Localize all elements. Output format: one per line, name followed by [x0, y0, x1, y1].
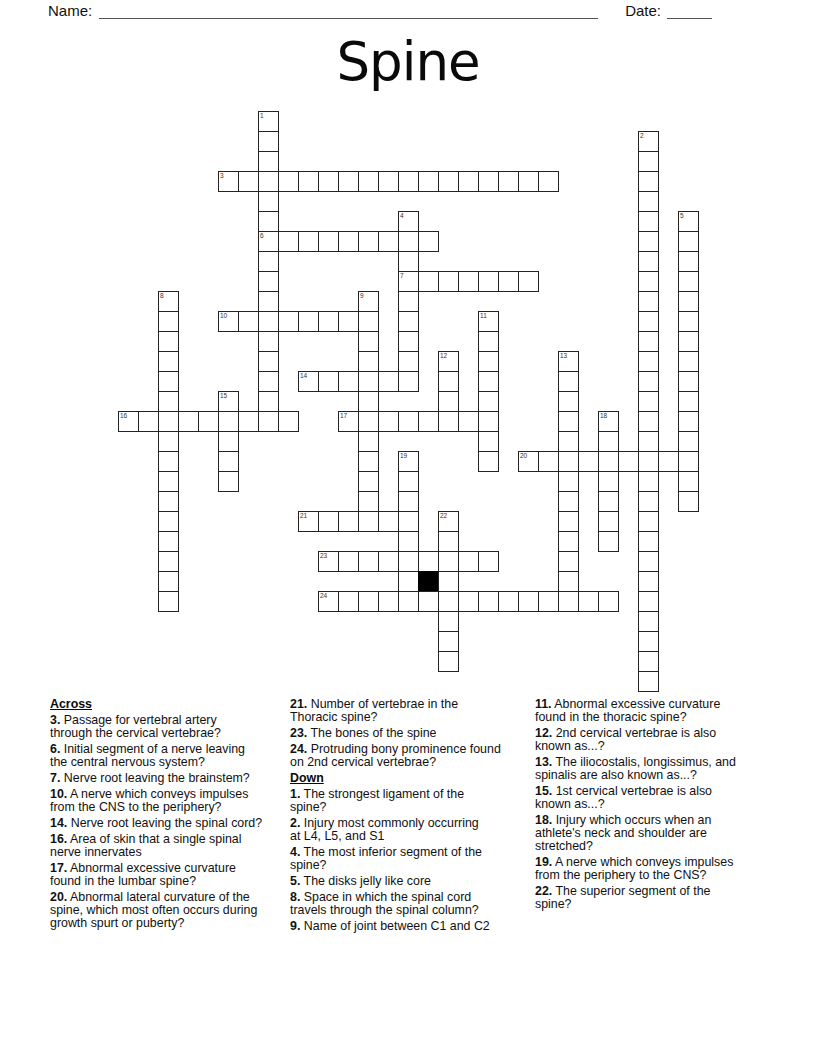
clue-across-21: 21. Number of vertebrae in the Thoracic … — [290, 698, 526, 724]
cell-r22c13[interactable] — [378, 551, 399, 572]
cell-r15c6[interactable] — [238, 411, 259, 432]
cell-r11c26[interactable] — [638, 331, 659, 352]
cell-r13c22[interactable] — [558, 371, 579, 392]
cell-r17c25[interactable] — [618, 451, 639, 472]
cell-r8c15[interactable] — [418, 271, 439, 292]
cell-r3c18[interactable] — [478, 171, 499, 192]
cell-r6c12[interactable] — [358, 231, 379, 252]
cell-r10c11[interactable] — [338, 311, 359, 332]
cell-r18c26[interactable] — [638, 471, 659, 492]
cell-r20c26[interactable] — [638, 511, 659, 532]
cell-r14c7[interactable] — [258, 391, 279, 412]
cell-r21c14[interactable] — [398, 531, 419, 552]
clue-down-1: 1. The strongest ligament of the spine? — [290, 788, 526, 814]
cell-r15c26[interactable] — [638, 411, 659, 432]
cell-r24c15[interactable] — [418, 591, 439, 612]
clue-number-2: 2 — [640, 132, 644, 139]
cell-r6c11[interactable] — [338, 231, 359, 252]
cell-r23c16[interactable] — [438, 571, 459, 592]
cell-r15c5[interactable] — [218, 411, 239, 432]
clue-across-6: 6. Initial segment of a nerve leaving th… — [50, 743, 280, 769]
cell-r10c26[interactable] — [638, 311, 659, 332]
cell-r10c2[interactable] — [158, 311, 179, 332]
cell-r16c26[interactable] — [638, 431, 659, 452]
cell-r15c24[interactable]: 18 — [598, 411, 619, 432]
clue-number-17: 17 — [340, 412, 347, 419]
cell-r17c26[interactable] — [638, 451, 659, 472]
cell-r16c28[interactable] — [678, 431, 699, 452]
cell-r6c26[interactable] — [638, 231, 659, 252]
cell-r15c16[interactable] — [438, 411, 459, 432]
cell-r19c28[interactable] — [678, 491, 699, 512]
cell-r15c0[interactable]: 16 — [118, 411, 139, 432]
cell-r17c2[interactable] — [158, 451, 179, 472]
cell-r22c2[interactable] — [158, 551, 179, 572]
clue-down-22: 22. The superior segment of the spine? — [535, 885, 768, 911]
cell-r3c11[interactable] — [338, 171, 359, 192]
cell-r3c17[interactable] — [458, 171, 479, 192]
cell-r6c13[interactable] — [378, 231, 399, 252]
cell-r15c28[interactable] — [678, 411, 699, 432]
clue-number-21: 21 — [300, 512, 307, 519]
cell-r17c27[interactable] — [658, 451, 679, 472]
clue-number-12: 12 — [440, 352, 447, 359]
cell-r17c23[interactable] — [578, 451, 599, 472]
cell-r17c12[interactable] — [358, 451, 379, 472]
clue-down-15: 15. 1st cervical vertebrae is also known… — [535, 785, 768, 811]
cell-r10c14[interactable] — [398, 311, 419, 332]
cell-r17c21[interactable] — [538, 451, 559, 472]
cell-r27c26[interactable] — [638, 651, 659, 672]
cell-r13c26[interactable] — [638, 371, 659, 392]
cell-r23c14[interactable] — [398, 571, 419, 592]
cell-r5c28[interactable]: 5 — [678, 211, 699, 232]
cell-r22c10[interactable]: 23 — [318, 551, 339, 572]
cell-r20c10[interactable] — [318, 511, 339, 532]
clues-column-1: Across3. Passage for vertebral artery th… — [50, 698, 280, 933]
cell-r12c7[interactable] — [258, 351, 279, 372]
cell-r14c12[interactable] — [358, 391, 379, 412]
cell-r15c7[interactable] — [258, 411, 279, 432]
cell-r9c2[interactable]: 8 — [158, 291, 179, 312]
date-blank-line[interactable] — [667, 4, 712, 19]
cell-r17c24[interactable] — [598, 451, 619, 472]
cell-r18c28[interactable] — [678, 471, 699, 492]
cell-r2c7[interactable] — [258, 151, 279, 172]
cell-r23c26[interactable] — [638, 571, 659, 592]
cell-r5c14[interactable]: 4 — [398, 211, 419, 232]
cell-r1c7[interactable] — [258, 131, 279, 152]
cell-r6c7[interactable]: 6 — [258, 231, 279, 252]
cell-r20c16[interactable]: 22 — [438, 511, 459, 532]
clue-down-9: 9. Name of joint between C1 and C2 — [290, 920, 526, 933]
cell-r3c13[interactable] — [378, 171, 399, 192]
cell-r22c26[interactable] — [638, 551, 659, 572]
down-heading: Down — [290, 772, 526, 785]
cell-r24c10[interactable]: 24 — [318, 591, 339, 612]
cell-r24c22[interactable] — [558, 591, 579, 612]
clue-number-10: 10 — [220, 312, 227, 319]
cell-r17c20[interactable]: 20 — [518, 451, 539, 472]
cell-r11c14[interactable] — [398, 331, 419, 352]
clue-across-17: 17. Abnormal excessive curvature found i… — [50, 862, 280, 888]
cell-r19c24[interactable] — [598, 491, 619, 512]
cell-r0c7[interactable]: 1 — [258, 111, 279, 132]
cell-r7c26[interactable] — [638, 251, 659, 272]
cell-r20c9[interactable]: 21 — [298, 511, 319, 532]
cell-r24c17[interactable] — [458, 591, 479, 612]
cell-r17c28[interactable] — [678, 451, 699, 472]
cell-r8c16[interactable] — [438, 271, 459, 292]
cell-r19c12[interactable] — [358, 491, 379, 512]
cell-r11c7[interactable] — [258, 331, 279, 352]
cell-r3c14[interactable] — [398, 171, 419, 192]
cell-r13c2[interactable] — [158, 371, 179, 392]
clues-section: Across3. Passage for vertebral artery th… — [0, 698, 816, 998]
cell-r14c16[interactable] — [438, 391, 459, 412]
cell-r20c22[interactable] — [558, 511, 579, 532]
clue-number-9: 9 — [360, 292, 364, 299]
clues-column-3: 11. Abnormal excessive curvature found i… — [535, 698, 768, 914]
cell-r22c12[interactable] — [358, 551, 379, 572]
clue-number-22: 22 — [440, 512, 447, 519]
name-label: Name: — [48, 2, 92, 19]
cell-r15c18[interactable] — [478, 411, 499, 432]
cell-r22c15[interactable] — [418, 551, 439, 572]
cell-r3c12[interactable] — [358, 171, 379, 192]
cell-r13c18[interactable] — [478, 371, 499, 392]
cell-r13c12[interactable] — [358, 371, 379, 392]
across-heading: Across — [50, 698, 280, 711]
cell-r6c15[interactable] — [418, 231, 439, 252]
cell-r13c10[interactable] — [318, 371, 339, 392]
cell-r19c2[interactable] — [158, 491, 179, 512]
clue-number-11: 11 — [480, 312, 487, 319]
cell-r24c20[interactable] — [518, 591, 539, 612]
clue-down-12: 12. 2nd cervical vertebrae is also known… — [535, 727, 768, 753]
clue-across-7: 7. Nerve root leaving the brainstem? — [50, 772, 280, 785]
crossword-grid: 123456789101112131415161718192021222324 — [118, 111, 700, 693]
cell-r24c19[interactable] — [498, 591, 519, 612]
cell-r24c24[interactable] — [598, 591, 619, 612]
cell-r19c22[interactable] — [558, 491, 579, 512]
cell-r3c20[interactable] — [518, 171, 539, 192]
clue-number-23: 23 — [320, 552, 327, 559]
cell-r20c12[interactable] — [358, 511, 379, 532]
cell-r24c14[interactable] — [398, 591, 419, 612]
cell-r8c7[interactable] — [258, 271, 279, 292]
cell-r8c18[interactable] — [478, 271, 499, 292]
cell-r8c17[interactable] — [458, 271, 479, 292]
clue-number-19: 19 — [400, 452, 407, 459]
cell-r1c26[interactable]: 2 — [638, 131, 659, 152]
cell-r14c2[interactable] — [158, 391, 179, 412]
cell-r24c26[interactable] — [638, 591, 659, 612]
cell-r15c17[interactable] — [458, 411, 479, 432]
cell-r9c26[interactable] — [638, 291, 659, 312]
cell-r22c22[interactable] — [558, 551, 579, 572]
cell-r11c2[interactable] — [158, 331, 179, 352]
cell-r25c26[interactable] — [638, 611, 659, 632]
cell-r20c2[interactable] — [158, 511, 179, 532]
cell-r3c16[interactable] — [438, 171, 459, 192]
cell-r16c12[interactable] — [358, 431, 379, 452]
cell-r10c7[interactable] — [258, 311, 279, 332]
clues-column-2: 21. Number of vertebrae in the Thoracic … — [290, 698, 526, 936]
cell-r20c13[interactable] — [378, 511, 399, 532]
cell-r21c22[interactable] — [558, 531, 579, 552]
cell-r17c22[interactable] — [558, 451, 579, 472]
cell-r6c9[interactable] — [298, 231, 319, 252]
cell-r10c28[interactable] — [678, 311, 699, 332]
cell-r3c19[interactable] — [498, 171, 519, 192]
cell-r22c18[interactable] — [478, 551, 499, 572]
cell-r12c2[interactable] — [158, 351, 179, 372]
clue-across-24: 24. Protruding bony prominence found on … — [290, 743, 526, 769]
clue-down-4: 4. The most inferior segment of the spin… — [290, 846, 526, 872]
cell-r18c14[interactable] — [398, 471, 419, 492]
cell-r17c14[interactable]: 19 — [398, 451, 419, 472]
cell-r24c11[interactable] — [338, 591, 359, 612]
cell-r21c26[interactable] — [638, 531, 659, 552]
cell-r14c5[interactable]: 15 — [218, 391, 239, 412]
cell-r15c11[interactable]: 17 — [338, 411, 359, 432]
puzzle-title: Spine — [0, 33, 816, 91]
cell-r15c3[interactable] — [178, 411, 199, 432]
cell-r25c16[interactable] — [438, 611, 459, 632]
cell-r14c22[interactable] — [558, 391, 579, 412]
cell-r23c22[interactable] — [558, 571, 579, 592]
cell-r14c18[interactable] — [478, 391, 499, 412]
cell-r22c16[interactable] — [438, 551, 459, 572]
cell-r15c14[interactable] — [398, 411, 419, 432]
cell-r5c26[interactable] — [638, 211, 659, 232]
cell-r6c10[interactable] — [318, 231, 339, 252]
cell-r12c28[interactable] — [678, 351, 699, 372]
clue-across-23: 23. The bones of the spine — [290, 727, 526, 740]
cell-r11c12[interactable] — [358, 331, 379, 352]
cell-r16c18[interactable] — [478, 431, 499, 452]
cell-r18c22[interactable] — [558, 471, 579, 492]
cell-r13c9[interactable]: 14 — [298, 371, 319, 392]
cell-r6c28[interactable] — [678, 231, 699, 252]
name-blank-line[interactable] — [99, 4, 598, 19]
cell-r10c8[interactable] — [278, 311, 299, 332]
cell-r24c21[interactable] — [538, 591, 559, 612]
cell-r22c17[interactable] — [458, 551, 479, 572]
cell-r18c2[interactable] — [158, 471, 179, 492]
cell-r9c28[interactable] — [678, 291, 699, 312]
cell-r26c26[interactable] — [638, 631, 659, 652]
cell-r21c2[interactable] — [158, 531, 179, 552]
cell-r13c14[interactable] — [398, 371, 419, 392]
cell-r8c20[interactable] — [518, 271, 539, 292]
cell-r10c9[interactable] — [298, 311, 319, 332]
clue-across-16: 16. Area of skin that a single spinal ne… — [50, 833, 280, 859]
cell-r12c18[interactable] — [478, 351, 499, 372]
cell-r9c7[interactable] — [258, 291, 279, 312]
cell-r24c16[interactable] — [438, 591, 459, 612]
cell-r12c14[interactable] — [398, 351, 419, 372]
cell-r3c26[interactable] — [638, 171, 659, 192]
clue-down-5: 5. The disks jelly like core — [290, 875, 526, 888]
cell-r19c14[interactable] — [398, 491, 419, 512]
cell-r3c6[interactable] — [238, 171, 259, 192]
cell-r15c12[interactable] — [358, 411, 379, 432]
cell-r2c26[interactable] — [638, 151, 659, 172]
cell-r12c26[interactable] — [638, 351, 659, 372]
cell-r17c5[interactable] — [218, 451, 239, 472]
cell-r16c5[interactable] — [218, 431, 239, 452]
cell-r16c22[interactable] — [558, 431, 579, 452]
cell-r5c7[interactable] — [258, 211, 279, 232]
cell-r3c21[interactable] — [538, 171, 559, 192]
cell-r3c10[interactable] — [318, 171, 339, 192]
clue-down-2: 2. Injury most commonly occurring at L4,… — [290, 817, 526, 843]
cell-r12c12[interactable] — [358, 351, 379, 372]
cell-r15c22[interactable] — [558, 411, 579, 432]
clue-down-11: 11. Abnormal excessive curvature found i… — [535, 698, 768, 724]
cell-r10c18[interactable]: 11 — [478, 311, 499, 332]
clue-number-14: 14 — [300, 372, 307, 379]
clue-number-15: 15 — [220, 392, 227, 399]
cell-r27c16[interactable] — [438, 651, 459, 672]
cell-r10c5[interactable]: 10 — [218, 311, 239, 332]
cell-r13c13[interactable] — [378, 371, 399, 392]
cell-r24c13[interactable] — [378, 591, 399, 612]
clue-down-19: 19. A nerve which conveys impulses from … — [535, 856, 768, 882]
cell-r4c7[interactable] — [258, 191, 279, 212]
cell-r15c15[interactable] — [418, 411, 439, 432]
clue-down-13: 13. The iliocostalis, longissimus, and s… — [535, 756, 768, 782]
cell-r7c7[interactable] — [258, 251, 279, 272]
cell-r17c18[interactable] — [478, 451, 499, 472]
cell-r24c12[interactable] — [358, 591, 379, 612]
cell-r21c24[interactable] — [598, 531, 619, 552]
cell-r24c2[interactable] — [158, 591, 179, 612]
cell-r13c16[interactable] — [438, 371, 459, 392]
cell-r4c26[interactable] — [638, 191, 659, 212]
clue-across-14: 14. Nerve root leaving the spinal cord? — [50, 817, 280, 830]
cell-r3c15[interactable] — [418, 171, 439, 192]
cell-r6c14[interactable] — [398, 231, 419, 252]
clue-number-13: 13 — [560, 352, 567, 359]
cell-r12c16[interactable]: 12 — [438, 351, 459, 372]
cell-r20c11[interactable] — [338, 511, 359, 532]
clue-number-20: 20 — [520, 452, 527, 459]
cell-r3c8[interactable] — [278, 171, 299, 192]
cell-r7c14[interactable] — [398, 251, 419, 272]
cell-r9c12[interactable]: 9 — [358, 291, 379, 312]
cell-r3c7[interactable] — [258, 171, 279, 192]
cell-r15c4[interactable] — [198, 411, 219, 432]
cell-r8c28[interactable] — [678, 271, 699, 292]
cell-r14c28[interactable] — [678, 391, 699, 412]
cell-r20c14[interactable] — [398, 511, 419, 532]
cell-r18c12[interactable] — [358, 471, 379, 492]
clue-down-18: 18. Injury which occurs when an athlete'… — [535, 814, 768, 853]
clue-number-24: 24 — [320, 592, 327, 599]
worksheet-page: Name: Date: Spine 1234567891011121314151… — [0, 0, 816, 1056]
cell-r11c28[interactable] — [678, 331, 699, 352]
cell-r10c6[interactable] — [238, 311, 259, 332]
cell-r9c14[interactable] — [398, 291, 419, 312]
cell-r6c8[interactable] — [278, 231, 299, 252]
clue-number-16: 16 — [120, 412, 127, 419]
cell-r14c26[interactable] — [638, 391, 659, 412]
cell-r26c16[interactable] — [438, 631, 459, 652]
cell-r8c26[interactable] — [638, 271, 659, 292]
cell-r15c8[interactable] — [278, 411, 299, 432]
black-cell-r23c15 — [418, 571, 439, 592]
clue-number-18: 18 — [600, 412, 607, 419]
cell-r13c11[interactable] — [338, 371, 359, 392]
cell-r13c7[interactable] — [258, 371, 279, 392]
cell-r22c14[interactable] — [398, 551, 419, 572]
clue-across-3: 3. Passage for vertebral artery through … — [50, 714, 280, 740]
clue-number-7: 7 — [400, 272, 404, 279]
clue-down-8: 8. Space in which the spinal cord travel… — [290, 891, 526, 917]
cell-r16c24[interactable] — [598, 431, 619, 452]
cell-r15c13[interactable] — [378, 411, 399, 432]
cell-r16c2[interactable] — [158, 431, 179, 452]
cell-r20c24[interactable] — [598, 511, 619, 532]
cell-r15c2[interactable] — [158, 411, 179, 432]
clue-number-3: 3 — [220, 172, 224, 179]
clue-number-5: 5 — [680, 212, 684, 219]
cell-r23c2[interactable] — [158, 571, 179, 592]
cell-r10c12[interactable] — [358, 311, 379, 332]
cell-r12c22[interactable]: 13 — [558, 351, 579, 372]
cell-r7c28[interactable] — [678, 251, 699, 272]
cell-r21c16[interactable] — [438, 531, 459, 552]
date-label: Date: — [625, 2, 661, 19]
cell-r13c28[interactable] — [678, 371, 699, 392]
clue-number-4: 4 — [400, 212, 404, 219]
cell-r28c26[interactable] — [638, 671, 659, 692]
cell-r3c9[interactable] — [298, 171, 319, 192]
cell-r8c19[interactable] — [498, 271, 519, 292]
header: Name: Date: — [48, 2, 712, 19]
clue-number-1: 1 — [260, 112, 264, 119]
cell-r8c14[interactable]: 7 — [398, 271, 419, 292]
clue-across-10: 10. A nerve which conveys impulses from … — [50, 788, 280, 814]
cell-r3c5[interactable]: 3 — [218, 171, 239, 192]
cell-r11c18[interactable] — [478, 331, 499, 352]
cell-r22c11[interactable] — [338, 551, 359, 572]
cell-r18c5[interactable] — [218, 471, 239, 492]
cell-r15c1[interactable] — [138, 411, 159, 432]
clue-number-8: 8 — [160, 292, 164, 299]
cell-r18c24[interactable] — [598, 471, 619, 492]
cell-r10c10[interactable] — [318, 311, 339, 332]
cell-r24c23[interactable] — [578, 591, 599, 612]
clue-across-20: 20. Abnormal lateral curvature of the sp… — [50, 891, 280, 930]
clue-number-6: 6 — [260, 232, 264, 239]
cell-r24c18[interactable] — [478, 591, 499, 612]
cell-r19c26[interactable] — [638, 491, 659, 512]
